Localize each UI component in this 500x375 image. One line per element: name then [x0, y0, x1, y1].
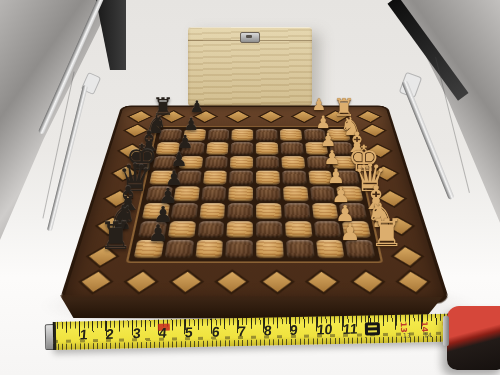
- tape-number: 6: [211, 324, 220, 340]
- piece-black-pawn[interactable]: ♟: [190, 99, 204, 115]
- tape-measure-body: [447, 306, 500, 370]
- foot-marker-icon: [365, 322, 380, 335]
- tape-number: 11: [342, 321, 358, 337]
- piece-white-pawn[interactable]: ♟: [312, 97, 326, 113]
- tape-number: 5: [184, 324, 193, 340]
- tape-number: 10: [316, 321, 333, 337]
- tape-number: 7: [237, 323, 246, 339]
- tape-number: 4: [158, 325, 167, 341]
- piece-black-pawn[interactable]: ♟: [148, 222, 169, 245]
- tape-small-number: 14: [424, 331, 432, 338]
- tape-number: 1: [79, 326, 88, 342]
- photo-scene: ♜♞♝♚♛♝♞♜♟♟♟♟♟♟♟♟♜♞♝♚♛♝♞♜♟♟♟♟♟♟♟♟ 1234567…: [0, 0, 500, 375]
- piece-white-rook[interactable]: ♜: [370, 214, 404, 252]
- tape-small-number: 13: [403, 332, 411, 339]
- tape-number: 3: [132, 325, 141, 341]
- tape-number: 2: [106, 326, 115, 342]
- tape-body-clip: [443, 316, 449, 346]
- tape-number: 9: [290, 322, 299, 338]
- piece-black-rook[interactable]: ♜: [99, 217, 133, 255]
- tape-number: 8: [263, 322, 272, 338]
- piece-white-pawn[interactable]: ♟: [340, 221, 361, 244]
